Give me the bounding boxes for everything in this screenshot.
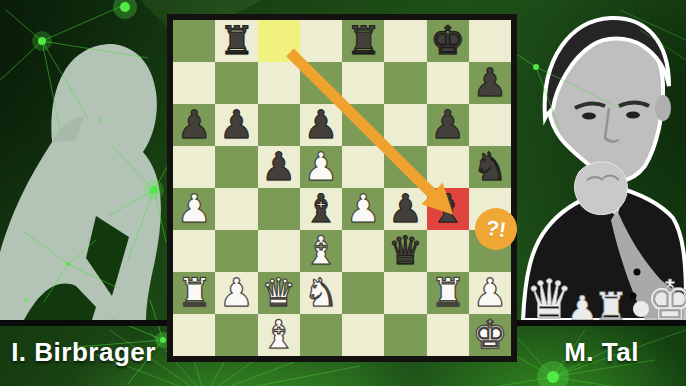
square-c7 xyxy=(258,62,300,104)
square-c1: ♝ xyxy=(258,314,300,356)
square-a2: ♜ xyxy=(173,272,215,314)
piece-black-r-e8: ♜ xyxy=(346,20,381,62)
piece-black-b-d4: ♝ xyxy=(303,188,338,230)
square-d2: ♞ xyxy=(300,272,342,314)
piece-black-p-g6: ♟ xyxy=(430,104,465,146)
square-g3 xyxy=(427,230,469,272)
square-e2 xyxy=(342,272,384,314)
tal-hand xyxy=(575,162,628,215)
square-e1 xyxy=(342,314,384,356)
square-b2: ♟ xyxy=(215,272,257,314)
square-a3 xyxy=(173,230,215,272)
square-g7 xyxy=(427,62,469,104)
piece-black-r-b8: ♜ xyxy=(219,20,254,62)
piece-white-q-c2: ♛ xyxy=(261,272,296,314)
piece-black-b-g4: ♝ xyxy=(430,188,465,230)
square-d1 xyxy=(300,314,342,356)
piece-white-n-d2: ♞ xyxy=(303,272,338,314)
square-f8 xyxy=(384,20,426,62)
square-g6: ♟ xyxy=(427,104,469,146)
square-h2: ♟ xyxy=(469,272,511,314)
square-b7 xyxy=(215,62,257,104)
piece-black-n-h5: ♞ xyxy=(472,146,507,188)
square-c4 xyxy=(258,188,300,230)
square-b3 xyxy=(215,230,257,272)
square-h7: ♟ xyxy=(469,62,511,104)
square-f1 xyxy=(384,314,426,356)
square-g1 xyxy=(427,314,469,356)
tray-king-piece: ♚ xyxy=(645,268,686,320)
piece-black-p-h7: ♟ xyxy=(472,62,507,104)
square-d4: ♝ xyxy=(300,188,342,230)
square-b4 xyxy=(215,188,257,230)
square-a7 xyxy=(173,62,215,104)
square-f7 xyxy=(384,62,426,104)
square-d8 xyxy=(300,20,342,62)
square-c2: ♛ xyxy=(258,272,300,314)
square-c5: ♟ xyxy=(258,146,300,188)
piece-white-r-g2: ♜ xyxy=(430,272,465,314)
square-h6 xyxy=(469,104,511,146)
square-b6: ♟ xyxy=(215,104,257,146)
square-e4: ♟ xyxy=(342,188,384,230)
piece-black-p-f4: ♟ xyxy=(388,188,423,230)
board-grid: ♜♜♚♟♟♟♟♟♟♟♞♟♝♟♟♝♝♛♜♟♛♞♜♟♝♚ xyxy=(173,20,511,356)
piece-black-p-b6: ♟ xyxy=(219,104,254,146)
square-a8 xyxy=(173,20,215,62)
piece-black-q-f3: ♛ xyxy=(388,230,423,272)
square-e8: ♜ xyxy=(342,20,384,62)
square-a5 xyxy=(173,146,215,188)
square-h1: ♚ xyxy=(469,314,511,356)
square-f4: ♟ xyxy=(384,188,426,230)
square-f2 xyxy=(384,272,426,314)
mystery-player-silhouette xyxy=(0,0,168,320)
piece-white-p-b2: ♟ xyxy=(219,272,254,314)
square-g2: ♜ xyxy=(427,272,469,314)
piece-black-p-c5: ♟ xyxy=(261,146,296,188)
square-g5 xyxy=(427,146,469,188)
square-h5: ♞ xyxy=(469,146,511,188)
piece-white-p-e4: ♟ xyxy=(346,188,381,230)
piece-white-p-a4: ♟ xyxy=(177,188,212,230)
square-d7 xyxy=(300,62,342,104)
piece-white-b-c1: ♝ xyxy=(261,314,296,356)
piece-white-r-a2: ♜ xyxy=(177,272,212,314)
piece-white-p-h2: ♟ xyxy=(472,272,507,314)
white-player-label: I. Birbrager xyxy=(0,332,167,372)
square-e6 xyxy=(342,104,384,146)
square-e3 xyxy=(342,230,384,272)
square-e5 xyxy=(342,146,384,188)
square-g4: ♝ xyxy=(427,188,469,230)
square-d5: ♟ xyxy=(300,146,342,188)
square-g8: ♚ xyxy=(427,20,469,62)
piece-white-p-d5: ♟ xyxy=(303,146,338,188)
tal-ear xyxy=(655,95,671,121)
square-b5 xyxy=(215,146,257,188)
square-a1 xyxy=(173,314,215,356)
square-c6 xyxy=(258,104,300,146)
piece-black-p-d6: ♟ xyxy=(303,104,338,146)
square-b1 xyxy=(215,314,257,356)
chess-board: ♜♜♚♟♟♟♟♟♟♟♞♟♝♟♟♝♝♛♜♟♛♞♜♟♝♚ ?! xyxy=(167,14,517,362)
square-f3: ♛ xyxy=(384,230,426,272)
square-f6 xyxy=(384,104,426,146)
square-a6: ♟ xyxy=(173,104,215,146)
square-c8 xyxy=(258,20,300,62)
square-d3: ♝ xyxy=(300,230,342,272)
tal-photo: ♛ ♟ ♜ ♚ xyxy=(517,0,686,320)
thumbnail-stage: ♛ ♟ ♜ ♚ xyxy=(0,0,686,386)
black-player-label: M. Tal xyxy=(517,332,686,372)
piece-white-k-h1: ♚ xyxy=(472,314,507,356)
piece-white-b-d3: ♝ xyxy=(303,230,338,272)
piece-black-k-g8: ♚ xyxy=(430,20,465,62)
square-f5 xyxy=(384,146,426,188)
square-b8: ♜ xyxy=(215,20,257,62)
square-e7 xyxy=(342,62,384,104)
piece-black-p-a6: ♟ xyxy=(177,104,212,146)
square-a4: ♟ xyxy=(173,188,215,230)
tray-rook-piece: ♜ xyxy=(593,284,629,320)
square-d6: ♟ xyxy=(300,104,342,146)
square-h8 xyxy=(469,20,511,62)
square-c3 xyxy=(258,230,300,272)
